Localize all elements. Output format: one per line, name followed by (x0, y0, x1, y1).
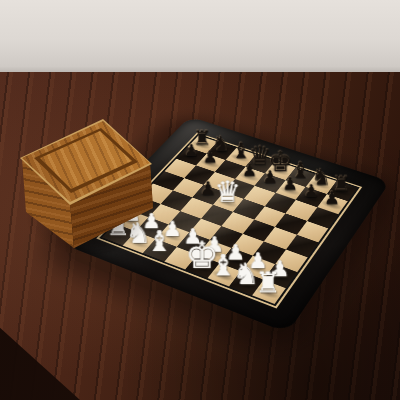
photo-scene: ♜♞♝♛♚♝♞♜♟♟♟♟♟♟♟♟♛♟♟♟♟♟♟♟♟♜♞♝♚♝♞♜ (0, 0, 400, 400)
